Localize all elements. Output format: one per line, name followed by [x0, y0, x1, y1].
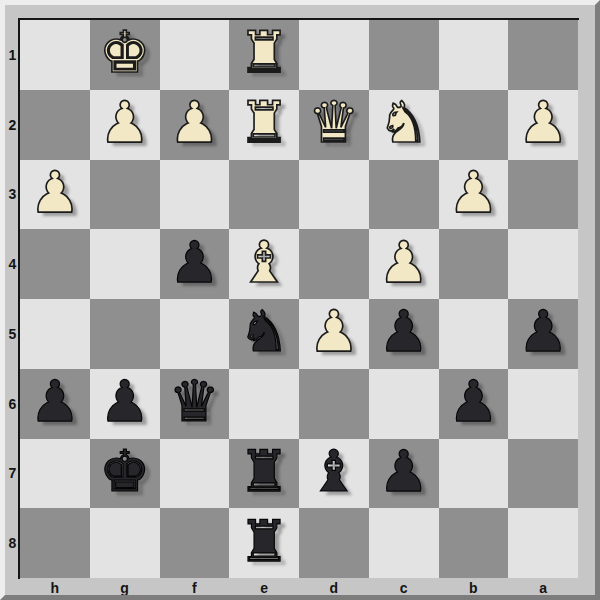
- square-f4[interactable]: ♟: [160, 229, 230, 299]
- file-label-h: h: [45, 581, 65, 596]
- square-g8[interactable]: [90, 508, 160, 578]
- square-e7[interactable]: ♜: [229, 439, 299, 509]
- square-c2[interactable]: ♞: [369, 90, 439, 160]
- square-a6[interactable]: [508, 369, 578, 439]
- square-a5[interactable]: ♟: [508, 299, 578, 369]
- square-g7[interactable]: ♚: [90, 439, 160, 509]
- square-a7[interactable]: [508, 439, 578, 509]
- rank-label-8: 8: [5, 533, 20, 553]
- file-label-d: d: [324, 581, 344, 596]
- square-d5[interactable]: ♟: [299, 299, 369, 369]
- square-a1[interactable]: [508, 20, 578, 90]
- black-queen-icon: ♛: [169, 373, 220, 430]
- square-h8[interactable]: [20, 508, 90, 578]
- file-label-b: b: [463, 581, 483, 596]
- square-d4[interactable]: [299, 229, 369, 299]
- square-b7[interactable]: [439, 439, 509, 509]
- square-h2[interactable]: [20, 90, 90, 160]
- square-g2[interactable]: ♟: [90, 90, 160, 160]
- square-e2[interactable]: ♜: [229, 90, 299, 160]
- square-g5[interactable]: [90, 299, 160, 369]
- square-d8[interactable]: [299, 508, 369, 578]
- square-c8[interactable]: [369, 508, 439, 578]
- rank-label-5: 5: [5, 324, 20, 344]
- square-c1[interactable]: [369, 20, 439, 90]
- square-h7[interactable]: [20, 439, 90, 509]
- square-d7[interactable]: ♝: [299, 439, 369, 509]
- file-label-f: f: [184, 581, 204, 596]
- white-rook-icon: ♜: [239, 94, 290, 151]
- file-label-g: g: [115, 581, 135, 596]
- square-g6[interactable]: ♟: [90, 369, 160, 439]
- square-e3[interactable]: [229, 160, 299, 230]
- square-a4[interactable]: [508, 229, 578, 299]
- square-h3[interactable]: ♟: [20, 160, 90, 230]
- file-label-e: e: [254, 581, 274, 596]
- black-pawn-icon: ♟: [169, 234, 220, 291]
- white-king-icon: ♚: [99, 24, 150, 81]
- black-rook-icon: ♜: [239, 443, 290, 500]
- square-f2[interactable]: ♟: [160, 90, 230, 160]
- rank-label-1: 1: [5, 45, 20, 65]
- black-pawn-icon: ♟: [378, 443, 429, 500]
- square-e4[interactable]: ♝: [229, 229, 299, 299]
- white-pawn-icon: ♟: [518, 94, 569, 151]
- black-pawn-icon: ♟: [448, 373, 499, 430]
- file-label-a: a: [533, 581, 553, 596]
- black-king-icon: ♚: [99, 443, 150, 500]
- rank-label-4: 4: [5, 254, 20, 274]
- black-bishop-icon: ♝: [308, 443, 359, 500]
- white-pawn-icon: ♟: [169, 94, 220, 151]
- white-pawn-icon: ♟: [99, 94, 150, 151]
- square-h1[interactable]: [20, 20, 90, 90]
- white-rook-icon: ♜: [239, 24, 290, 81]
- square-c3[interactable]: [369, 160, 439, 230]
- white-pawn-icon: ♟: [448, 164, 499, 221]
- square-b4[interactable]: [439, 229, 509, 299]
- square-g3[interactable]: [90, 160, 160, 230]
- white-knight-icon: ♞: [378, 94, 429, 151]
- square-c4[interactable]: ♟: [369, 229, 439, 299]
- square-f6[interactable]: ♛: [160, 369, 230, 439]
- black-pawn-icon: ♟: [29, 373, 80, 430]
- square-h4[interactable]: [20, 229, 90, 299]
- square-a3[interactable]: [508, 160, 578, 230]
- rank-label-7: 7: [5, 463, 20, 483]
- square-d2[interactable]: ♛: [299, 90, 369, 160]
- black-knight-icon: ♞: [239, 303, 290, 360]
- white-pawn-icon: ♟: [308, 303, 359, 360]
- square-a8[interactable]: [508, 508, 578, 578]
- square-d1[interactable]: [299, 20, 369, 90]
- black-pawn-icon: ♟: [518, 303, 569, 360]
- square-e6[interactable]: [229, 369, 299, 439]
- rank-label-6: 6: [5, 394, 20, 414]
- square-d3[interactable]: [299, 160, 369, 230]
- square-b5[interactable]: [439, 299, 509, 369]
- square-f1[interactable]: [160, 20, 230, 90]
- square-b2[interactable]: [439, 90, 509, 160]
- square-a2[interactable]: ♟: [508, 90, 578, 160]
- square-f5[interactable]: [160, 299, 230, 369]
- square-h5[interactable]: [20, 299, 90, 369]
- square-e8[interactable]: ♜: [229, 508, 299, 578]
- square-b8[interactable]: [439, 508, 509, 578]
- square-f8[interactable]: [160, 508, 230, 578]
- square-g4[interactable]: [90, 229, 160, 299]
- square-d6[interactable]: [299, 369, 369, 439]
- black-rook-icon: ♜: [239, 513, 290, 570]
- square-f3[interactable]: [160, 160, 230, 230]
- square-c7[interactable]: ♟: [369, 439, 439, 509]
- square-b1[interactable]: [439, 20, 509, 90]
- square-e5[interactable]: ♞: [229, 299, 299, 369]
- white-queen-icon: ♛: [308, 94, 359, 151]
- rank-label-2: 2: [5, 115, 20, 135]
- chess-diagram-panel: ♚♜♟♟♜♛♞♟♟♟♟♝♟♞♟♟♟♟♟♛♟♚♜♝♟♜ 12345678hgfed…: [0, 0, 600, 600]
- file-label-c: c: [394, 581, 414, 596]
- chess-board: ♚♜♟♟♜♛♞♟♟♟♟♝♟♞♟♟♟♟♟♛♟♚♜♝♟♜: [20, 20, 578, 578]
- white-bishop-icon: ♝: [239, 234, 290, 291]
- square-h6[interactable]: ♟: [20, 369, 90, 439]
- square-e1[interactable]: ♜: [229, 20, 299, 90]
- square-c6[interactable]: [369, 369, 439, 439]
- square-b6[interactable]: ♟: [439, 369, 509, 439]
- square-c5[interactable]: ♟: [369, 299, 439, 369]
- black-pawn-icon: ♟: [378, 303, 429, 360]
- rank-label-3: 3: [5, 184, 20, 204]
- square-g1[interactable]: ♚: [90, 20, 160, 90]
- square-f7[interactable]: [160, 439, 230, 509]
- white-pawn-icon: ♟: [378, 234, 429, 291]
- white-pawn-icon: ♟: [29, 164, 80, 221]
- black-pawn-icon: ♟: [99, 373, 150, 430]
- square-b3[interactable]: ♟: [439, 160, 509, 230]
